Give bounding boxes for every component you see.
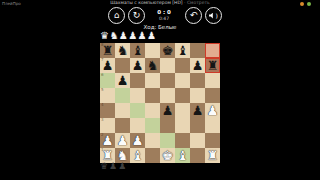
square-c7[interactable]: ♟ [130, 58, 145, 73]
square-g2[interactable] [190, 133, 205, 148]
square-e7[interactable] [160, 58, 175, 73]
rank-label-6: 6 [101, 73, 104, 77]
piece-black-p-g4[interactable]: ♟ [192, 103, 204, 118]
video-title-suffix: · Смотреть [184, 0, 210, 5]
square-e8[interactable]: ♚ [160, 43, 175, 58]
square-e4[interactable]: ♟ [160, 103, 175, 118]
home-icon: ⌂ [114, 11, 120, 20]
turn-indicator: Ход: Белые [0, 24, 320, 30]
square-d6[interactable] [145, 73, 160, 88]
game-clock: 0 : 0 0:47 [146, 9, 182, 21]
square-f4[interactable] [175, 103, 190, 118]
square-c4[interactable] [130, 103, 145, 118]
square-a6[interactable]: 6 [100, 73, 115, 88]
rank-label-5: 5 [101, 88, 104, 92]
square-f8[interactable]: ♝ [175, 43, 190, 58]
piece-white-p-c2[interactable]: ♟ [132, 133, 144, 148]
square-h5[interactable] [205, 88, 220, 103]
piece-black-b-f8[interactable]: ♝ [177, 43, 189, 58]
square-b6[interactable]: ♟ [115, 73, 130, 88]
piece-black-p-e4[interactable]: ♟ [162, 103, 174, 118]
speaker-icon [209, 13, 215, 19]
piece-black-n-b8[interactable]: ♞ [117, 43, 129, 58]
square-a3[interactable]: 3 [100, 118, 115, 133]
score-text: 0 : 0 [146, 9, 182, 15]
piece-black-p-b6[interactable]: ♟ [117, 73, 129, 88]
square-b7[interactable] [115, 58, 130, 73]
undo-button[interactable]: ↶ [185, 7, 202, 24]
square-g7[interactable]: ♟ [190, 58, 205, 73]
piece-black-p-c7[interactable]: ♟ [132, 58, 144, 73]
piece-black-r-h7[interactable]: ♜ [207, 58, 219, 73]
piece-white-r-h1[interactable]: ♜ [207, 148, 219, 163]
square-d5[interactable] [145, 88, 160, 103]
square-c8[interactable]: ♝ [130, 43, 145, 58]
chess-board: 8♜♞♝♚♝7♟♟♞♟♜6♟54♟♟♟32♟♟♟1♜♞♝♚♝♜ [100, 43, 220, 163]
square-g3[interactable] [190, 118, 205, 133]
status-dot-orange [300, 2, 304, 6]
square-h1[interactable]: ♜ [205, 148, 220, 163]
video-title-text: Шахматы с компьютером [HD] [110, 0, 182, 5]
rank-label-8: 8 [101, 43, 104, 47]
square-c1[interactable]: ♝ [130, 148, 145, 163]
square-e5[interactable] [160, 88, 175, 103]
square-g1[interactable] [190, 148, 205, 163]
square-a5[interactable]: 5 [100, 88, 115, 103]
square-e1[interactable]: ♚ [160, 148, 175, 163]
chess-app-screen: ПлейПро Шахматы с компьютером [HD] · Смо… [0, 0, 320, 180]
square-b8[interactable]: ♞ [115, 43, 130, 58]
square-e3[interactable] [160, 118, 175, 133]
square-a8[interactable]: 8♜ [100, 43, 115, 58]
piece-white-p-h4[interactable]: ♟ [207, 103, 219, 118]
time-text: 0:47 [146, 16, 182, 21]
undo-icon: ↶ [190, 11, 198, 20]
captured-white-pieces-tray: ♛♞♟♟♟♟ [100, 30, 157, 41]
restart-button[interactable]: ↻ [128, 7, 145, 24]
square-b4[interactable] [115, 103, 130, 118]
square-d8[interactable] [145, 43, 160, 58]
rank-label-1: 1 [101, 148, 104, 152]
captured-black-pieces-tray: ♛♟♟ [100, 161, 127, 171]
square-c6[interactable] [130, 73, 145, 88]
square-h2[interactable] [205, 133, 220, 148]
square-g6[interactable] [190, 73, 205, 88]
square-e2[interactable] [160, 133, 175, 148]
restart-icon: ↻ [133, 11, 141, 20]
piece-black-b-c8[interactable]: ♝ [132, 43, 144, 58]
square-d2[interactable] [145, 133, 160, 148]
square-e6[interactable] [160, 73, 175, 88]
square-a7[interactable]: 7♟ [100, 58, 115, 73]
sound-button[interactable]: ) [205, 7, 222, 24]
square-h3[interactable] [205, 118, 220, 133]
square-f1[interactable]: ♝ [175, 148, 190, 163]
rank-label-3: 3 [101, 118, 104, 122]
square-h6[interactable] [205, 73, 220, 88]
piece-black-p-g7[interactable]: ♟ [192, 58, 204, 73]
square-f2[interactable] [175, 133, 190, 148]
square-h7[interactable]: ♜ [205, 58, 220, 73]
square-g5[interactable] [190, 88, 205, 103]
square-c3[interactable] [130, 118, 145, 133]
square-c5[interactable] [130, 88, 145, 103]
square-b5[interactable] [115, 88, 130, 103]
square-b3[interactable] [115, 118, 130, 133]
square-g4[interactable]: ♟ [190, 103, 205, 118]
rank-label-7: 7 [101, 58, 104, 62]
piece-white-k-e1[interactable]: ♚ [162, 148, 174, 163]
square-d3[interactable] [145, 118, 160, 133]
piece-white-p-b2[interactable]: ♟ [117, 133, 129, 148]
square-f7[interactable] [175, 58, 190, 73]
square-b2[interactable]: ♟ [115, 133, 130, 148]
square-d7[interactable]: ♞ [145, 58, 160, 73]
square-c2[interactable]: ♟ [130, 133, 145, 148]
square-h8[interactable] [205, 43, 220, 58]
square-g8[interactable] [190, 43, 205, 58]
home-button[interactable]: ⌂ [108, 7, 125, 24]
rank-label-2: 2 [101, 133, 104, 137]
square-h4[interactable]: ♟ [205, 103, 220, 118]
square-a4[interactable]: 4 [100, 103, 115, 118]
piece-black-k-e8[interactable]: ♚ [162, 43, 174, 58]
rank-label-4: 4 [101, 103, 104, 107]
square-d4[interactable] [145, 103, 160, 118]
square-f3[interactable] [175, 118, 190, 133]
status-dot-green [307, 2, 311, 6]
piece-black-n-d7[interactable]: ♞ [147, 58, 159, 73]
square-d1[interactable] [145, 148, 160, 163]
square-f5[interactable] [175, 88, 190, 103]
square-a2[interactable]: 2♟ [100, 133, 115, 148]
video-title: Шахматы с компьютером [HD] · Смотреть [0, 0, 320, 5]
piece-white-b-c1[interactable]: ♝ [132, 148, 144, 163]
piece-white-b-f1[interactable]: ♝ [177, 148, 189, 163]
square-f6[interactable] [175, 73, 190, 88]
